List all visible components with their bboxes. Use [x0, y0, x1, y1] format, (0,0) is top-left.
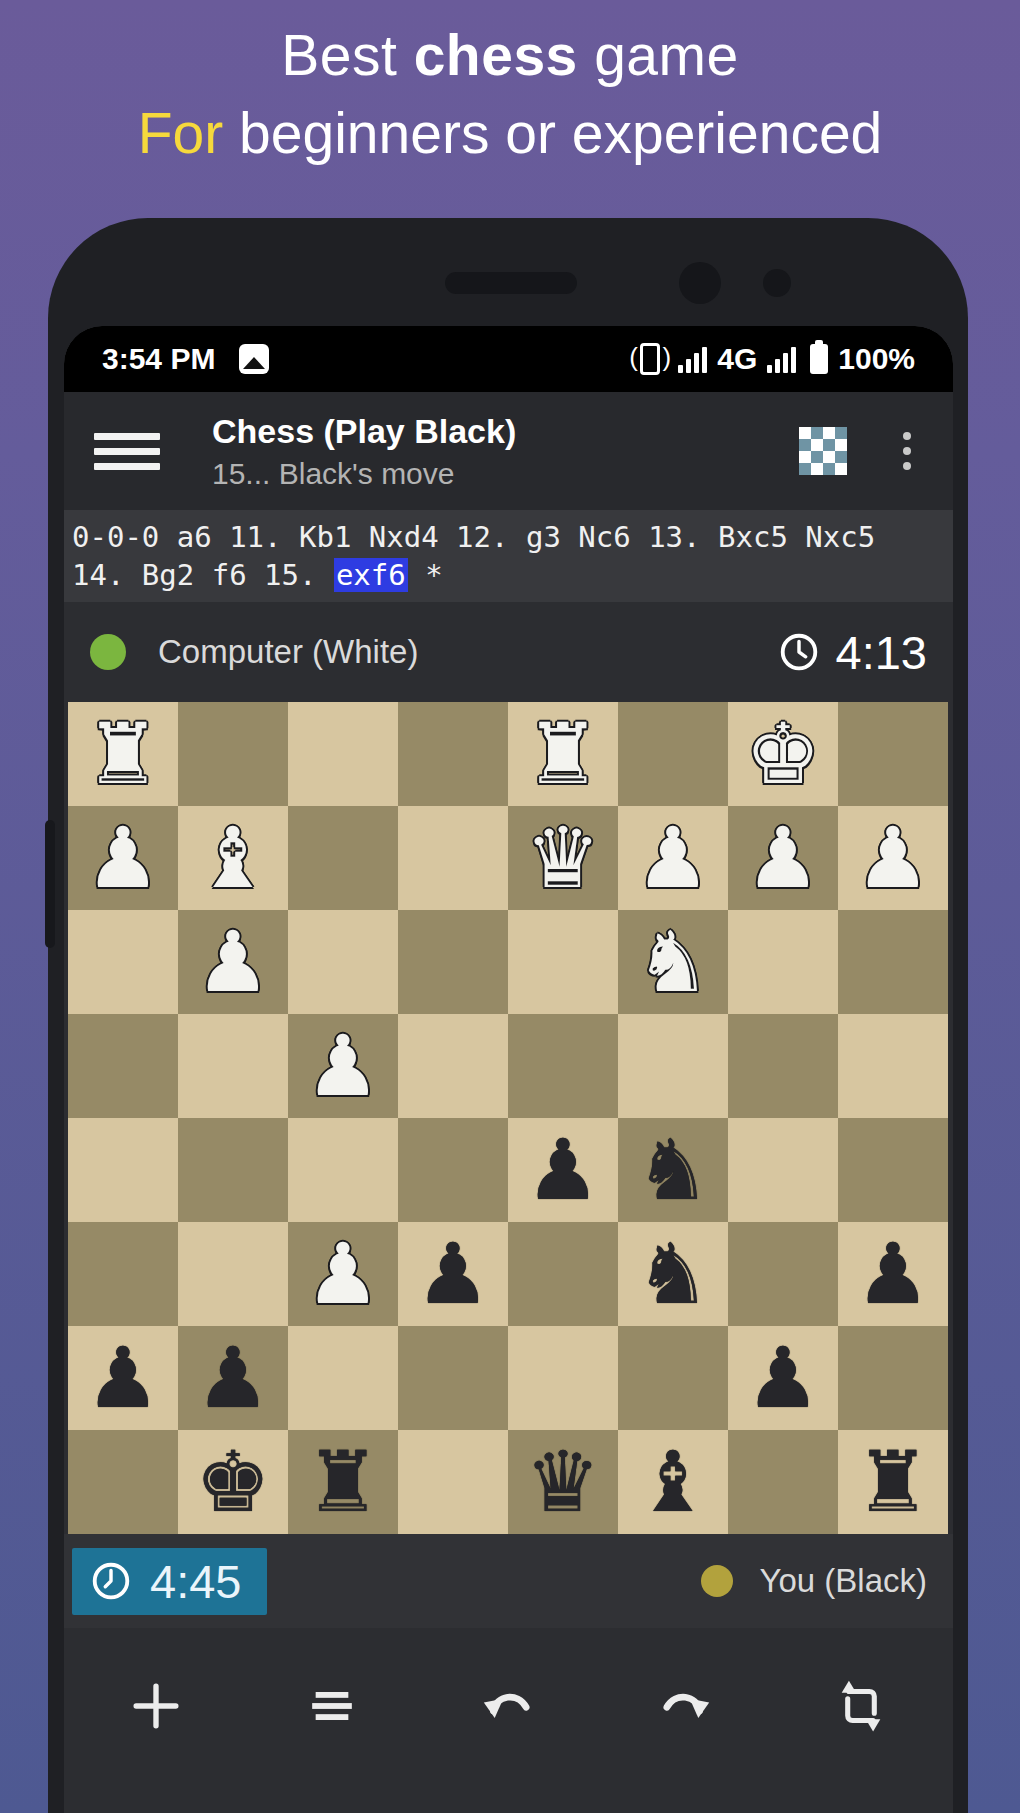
square-g8[interactable]: ♚: [178, 1430, 288, 1534]
square-f1[interactable]: [288, 702, 398, 806]
phone-camera: [679, 262, 721, 304]
square-b1[interactable]: ♚: [728, 702, 838, 806]
status-time: 3:54 PM: [102, 342, 215, 376]
phone-screen: 3:54 PM 4G 100% Chess (Play Black): [64, 326, 953, 1813]
square-e7[interactable]: [398, 1326, 508, 1430]
white-rook[interactable]: ♜: [85, 712, 160, 796]
signal-bars-icon: [678, 345, 707, 373]
black-pawn[interactable]: ♟: [415, 1232, 490, 1316]
gallery-notification-icon: [239, 344, 269, 374]
square-e4[interactable]: [398, 1014, 508, 1118]
square-a4[interactable]: [838, 1014, 948, 1118]
square-d8[interactable]: ♛: [508, 1430, 618, 1534]
white-pawn[interactable]: ♟: [745, 816, 820, 900]
white-queen[interactable]: ♛: [525, 816, 600, 900]
square-h6[interactable]: [68, 1222, 178, 1326]
headline-line2: For beginners or experienced: [0, 100, 1020, 166]
headline-accent: For: [138, 101, 224, 165]
move-list-button[interactable]: [300, 1674, 364, 1738]
square-c5[interactable]: ♞: [618, 1118, 728, 1222]
square-e8[interactable]: [398, 1430, 508, 1534]
square-h1[interactable]: ♜: [68, 702, 178, 806]
square-a3[interactable]: [838, 910, 948, 1014]
black-pawn[interactable]: ♟: [855, 1232, 930, 1316]
move-list[interactable]: 0-0-0 a6 11. Kb1 Nxd4 12. g3 Nc6 13. Bxc…: [64, 510, 953, 602]
move-list-line1: 0-0-0 a6 11. Kb1 Nxd4 12. g3 Nc6 13. Bxc…: [72, 518, 945, 556]
square-f6[interactable]: ♟: [288, 1222, 398, 1326]
battery-percent: 100%: [838, 342, 915, 376]
white-knight[interactable]: ♞: [635, 920, 710, 1004]
mini-board-icon[interactable]: [799, 427, 847, 475]
move-status-subtitle: 15... Black's move: [212, 457, 516, 491]
white-pawn[interactable]: ♟: [635, 816, 710, 900]
hero-headline: Best chess game For beginners or experie…: [0, 22, 1020, 166]
square-c6[interactable]: ♞: [618, 1222, 728, 1326]
phone-speaker: [445, 272, 577, 294]
black-king[interactable]: ♚: [195, 1440, 270, 1524]
network-type-label: 4G: [717, 342, 757, 376]
white-pawn[interactable]: ♟: [85, 816, 160, 900]
black-pawn[interactable]: ♟: [745, 1336, 820, 1420]
signal-bars-icon-2: [767, 345, 796, 373]
black-pawn[interactable]: ♟: [85, 1336, 160, 1420]
square-e2[interactable]: [398, 806, 508, 910]
undo-button[interactable]: [476, 1674, 540, 1738]
white-pawn[interactable]: ♟: [305, 1232, 380, 1316]
square-h3[interactable]: [68, 910, 178, 1014]
square-g5[interactable]: [178, 1118, 288, 1222]
square-g1[interactable]: [178, 702, 288, 806]
white-status-dot: [90, 634, 126, 670]
square-b8[interactable]: [728, 1430, 838, 1534]
vibrate-icon: [640, 343, 660, 375]
square-b4[interactable]: [728, 1014, 838, 1118]
black-pawn[interactable]: ♟: [525, 1128, 600, 1212]
square-h4[interactable]: [68, 1014, 178, 1118]
square-d5[interactable]: ♟: [508, 1118, 618, 1222]
square-h5[interactable]: [68, 1118, 178, 1222]
black-clock-time: 4:45: [150, 1554, 241, 1609]
black-player-name: You (Black): [759, 1562, 927, 1600]
square-c8[interactable]: ♝: [618, 1430, 728, 1534]
white-pawn[interactable]: ♟: [195, 920, 270, 1004]
square-f5[interactable]: [288, 1118, 398, 1222]
overflow-menu-icon[interactable]: [903, 432, 911, 470]
redo-arrow-icon: [656, 1677, 714, 1735]
square-h7[interactable]: ♟: [68, 1326, 178, 1430]
clock-icon: [88, 1558, 134, 1604]
square-e3[interactable]: [398, 910, 508, 1014]
square-b6[interactable]: [728, 1222, 838, 1326]
square-f8[interactable]: ♜: [288, 1430, 398, 1534]
status-bar: 3:54 PM 4G 100%: [64, 326, 953, 392]
clock-icon: [776, 629, 822, 675]
list-lines-icon: [304, 1678, 360, 1734]
square-b7[interactable]: ♟: [728, 1326, 838, 1430]
flip-board-button[interactable]: [829, 1674, 893, 1738]
hamburger-menu-icon[interactable]: [94, 433, 160, 470]
square-e1[interactable]: [398, 702, 508, 806]
square-h2[interactable]: ♟: [68, 806, 178, 910]
volume-button: [45, 820, 55, 948]
square-c7[interactable]: [618, 1326, 728, 1430]
white-king[interactable]: ♚: [745, 712, 820, 796]
white-bishop[interactable]: ♝: [195, 816, 270, 900]
square-f3[interactable]: [288, 910, 398, 1014]
square-a8[interactable]: ♜: [838, 1430, 948, 1534]
headline-line1: Best chess game: [0, 22, 1020, 88]
black-clock-active: 4:45: [72, 1548, 267, 1615]
black-knight[interactable]: ♞: [635, 1128, 710, 1212]
square-d4[interactable]: [508, 1014, 618, 1118]
square-b3[interactable]: [728, 910, 838, 1014]
square-c1[interactable]: [618, 702, 728, 806]
square-d6[interactable]: [508, 1222, 618, 1326]
flip-rotate-icon: [832, 1677, 890, 1735]
square-g6[interactable]: [178, 1222, 288, 1326]
white-pawn[interactable]: ♟: [305, 1024, 380, 1108]
square-a6[interactable]: ♟: [838, 1222, 948, 1326]
square-h8[interactable]: [68, 1430, 178, 1534]
square-e6[interactable]: ♟: [398, 1222, 508, 1326]
battery-icon: [810, 344, 828, 374]
square-e5[interactable]: [398, 1118, 508, 1222]
black-bishop[interactable]: ♝: [635, 1440, 710, 1524]
add-move-button[interactable]: [124, 1674, 188, 1738]
black-rook[interactable]: ♜: [305, 1440, 380, 1524]
white-player-row: Computer (White) 4:13: [64, 602, 953, 702]
bottom-toolbar: [64, 1628, 953, 1813]
square-g4[interactable]: [178, 1014, 288, 1118]
app-bar: Chess (Play Black) 15... Black's move: [64, 392, 953, 510]
square-b5[interactable]: [728, 1118, 838, 1222]
square-c3[interactable]: ♞: [618, 910, 728, 1014]
plus-icon: [128, 1678, 184, 1734]
move-list-line2: 14. Bg2 f6 15. exf6 *: [72, 556, 945, 594]
square-b2[interactable]: ♟: [728, 806, 838, 910]
phone-sensor: [763, 269, 791, 297]
square-f2[interactable]: [288, 806, 398, 910]
app-title: Chess (Play Black): [212, 412, 516, 451]
square-d3[interactable]: [508, 910, 618, 1014]
white-pawn[interactable]: ♟: [855, 816, 930, 900]
phone-frame: 3:54 PM 4G 100% Chess (Play Black): [48, 218, 968, 1813]
current-move-highlight[interactable]: exf6: [334, 558, 408, 592]
square-a1[interactable]: [838, 702, 948, 806]
square-f4[interactable]: ♟: [288, 1014, 398, 1118]
undo-arrow-icon: [479, 1677, 537, 1735]
square-g2[interactable]: ♝: [178, 806, 288, 910]
square-d2[interactable]: ♛: [508, 806, 618, 910]
white-clock-time: 4:13: [836, 625, 927, 680]
redo-button[interactable]: [653, 1674, 717, 1738]
square-c2[interactable]: ♟: [618, 806, 728, 910]
black-knight[interactable]: ♞: [635, 1232, 710, 1316]
black-queen[interactable]: ♛: [525, 1440, 600, 1524]
black-rook[interactable]: ♜: [855, 1440, 930, 1524]
black-player-row: 4:45 You (Black): [64, 1534, 953, 1628]
square-g3[interactable]: ♟: [178, 910, 288, 1014]
square-d1[interactable]: ♜: [508, 702, 618, 806]
white-player-name: Computer (White): [158, 633, 418, 671]
square-g7[interactable]: ♟: [178, 1326, 288, 1430]
square-a7[interactable]: [838, 1326, 948, 1430]
square-d7[interactable]: [508, 1326, 618, 1430]
black-status-dot: [701, 1565, 733, 1597]
black-pawn[interactable]: ♟: [195, 1336, 270, 1420]
white-rook[interactable]: ♜: [525, 712, 600, 796]
white-clock: 4:13: [776, 625, 927, 680]
square-a5[interactable]: [838, 1118, 948, 1222]
square-f7[interactable]: [288, 1326, 398, 1430]
square-c4[interactable]: [618, 1014, 728, 1118]
chess-board[interactable]: ♜♜♚♟♝♛♟♟♟♟♞♟♟♞♟♟♞♟♟♟♟♚♜♛♝♜: [68, 702, 948, 1534]
square-a2[interactable]: ♟: [838, 806, 948, 910]
